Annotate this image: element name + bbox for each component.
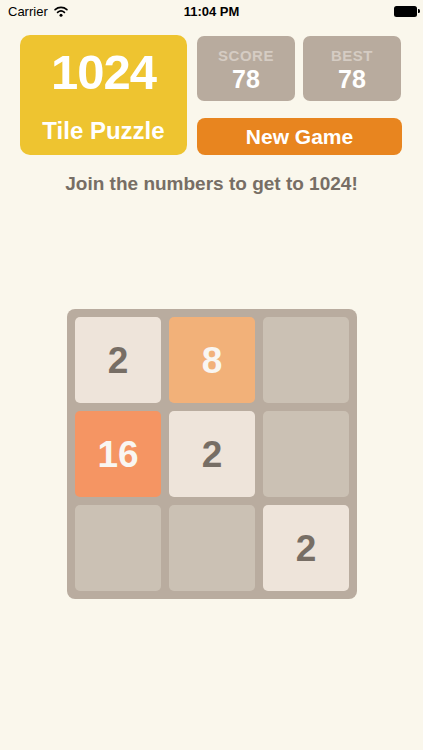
empty-cell-r1c3 <box>263 317 349 403</box>
empty-cell-r2c3 <box>263 411 349 497</box>
status-time: 11:04 PM <box>0 0 423 22</box>
best-label: BEST <box>331 47 373 64</box>
app-title-card: 1024 Tile Puzzle <box>20 35 187 155</box>
score-value: 78 <box>232 67 260 92</box>
status-bar: Carrier 11:04 PM <box>0 0 423 22</box>
tile-16-r2c1: 16 <box>75 411 161 497</box>
battery-icon <box>394 6 417 17</box>
score-panel: SCORE 78 <box>197 36 295 101</box>
score-label: SCORE <box>218 47 274 64</box>
tile-2-r1c1: 2 <box>75 317 161 403</box>
app-subtitle: Tile Puzzle <box>42 119 164 143</box>
best-value: 78 <box>338 67 366 92</box>
tile-8-r1c2: 8 <box>169 317 255 403</box>
empty-cell-r3c1 <box>75 505 161 591</box>
tile-2-r2c2: 2 <box>169 411 255 497</box>
empty-cell-r3c2 <box>169 505 255 591</box>
tagline: Join the numbers to get to 1024! <box>0 173 423 195</box>
tile-2-r3c3: 2 <box>263 505 349 591</box>
status-bar-right <box>394 0 417 22</box>
new-game-button[interactable]: New Game <box>197 118 402 155</box>
best-panel: BEST 78 <box>303 36 401 101</box>
app-title: 1024 <box>51 48 156 97</box>
board[interactable]: 281622 <box>67 309 357 599</box>
